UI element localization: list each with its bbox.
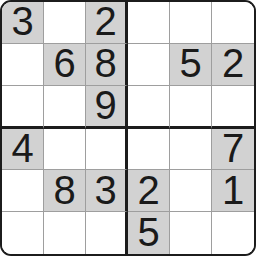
cell-r1c4[interactable] [128,2,170,44]
cell-r2c4[interactable] [128,44,170,86]
cell-r6c2[interactable] [44,212,86,254]
cell-r1c1[interactable]: 3 [2,2,44,44]
cell-r4c2[interactable] [44,129,86,171]
cell-r1c3[interactable]: 2 [86,2,128,44]
cell-digit: 2 [137,170,159,210]
cell-digit: 7 [222,128,244,168]
cell-r3c1[interactable] [2,86,44,129]
cell-r4c4[interactable] [128,129,170,171]
cell-r6c1[interactable] [2,212,44,254]
cell-r6c3[interactable] [86,212,128,254]
cell-r1c5[interactable] [170,2,212,44]
cell-r2c3[interactable]: 8 [86,44,128,86]
cell-digit: 2 [222,43,244,83]
cell-r6c4[interactable]: 5 [128,212,170,254]
cell-r4c6[interactable]: 7 [212,129,254,171]
cell-digit: 8 [94,43,116,83]
sudoku-tile: 32685294783215 [0,0,256,256]
cell-r4c1[interactable]: 4 [2,129,44,171]
cell-r2c1[interactable] [2,44,44,86]
cell-r5c5[interactable] [170,170,212,212]
cell-r2c2[interactable]: 6 [44,44,86,86]
cell-digit: 9 [94,85,116,125]
cell-digit: 2 [94,1,116,41]
cell-r4c5[interactable] [170,129,212,171]
cell-digit: 5 [137,212,159,252]
cell-r3c5[interactable] [170,86,212,129]
cell-r6c5[interactable] [170,212,212,254]
cell-r2c5[interactable]: 5 [170,44,212,86]
cell-digit: 1 [222,170,244,210]
cell-digit: 5 [179,43,201,83]
cell-r2c6[interactable]: 2 [212,44,254,86]
cell-r1c2[interactable] [44,2,86,44]
cell-digit: 3 [11,1,33,41]
cell-r4c3[interactable] [86,129,128,171]
cell-r5c4[interactable]: 2 [128,170,170,212]
cell-digit: 8 [53,170,75,210]
cell-r3c3[interactable]: 9 [86,86,128,129]
cell-r5c3[interactable]: 3 [86,170,128,212]
cell-digit: 3 [94,170,116,210]
cell-digit: 4 [11,128,33,168]
cell-digit: 6 [53,43,75,83]
cell-r1c6[interactable] [212,2,254,44]
cell-r3c2[interactable] [44,86,86,129]
cell-r3c6[interactable] [212,86,254,129]
sudoku-board: 32685294783215 [2,2,254,254]
cell-r3c4[interactable] [128,86,170,129]
cell-r5c2[interactable]: 8 [44,170,86,212]
cell-r5c6[interactable]: 1 [212,170,254,212]
cell-r6c6[interactable] [212,212,254,254]
cell-r5c1[interactable] [2,170,44,212]
